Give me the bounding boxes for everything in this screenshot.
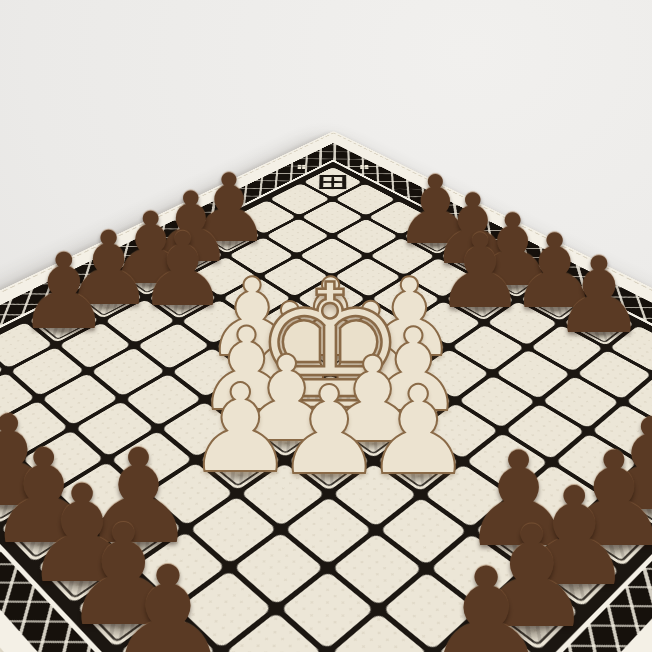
board-perspective-wrapper: ❖ ❖ [0,131,652,652]
photo-backdrop: ❖ ❖ ♟♟♟♟♟♟♟♟♟♟♟♟♟♟♟♟♟♟♟♟♟♟♟♟♟♟♟♟♟♟♟♟♟♟♟♟… [0,0,652,652]
cloth-mat: ❖ ❖ [0,131,652,652]
board-grid [0,162,652,652]
knot-ornament-icon: ❖ [291,162,312,173]
knot-ornament-icon: ❖ [353,162,374,173]
knotwork-border-band: ❖ ❖ [0,143,652,652]
